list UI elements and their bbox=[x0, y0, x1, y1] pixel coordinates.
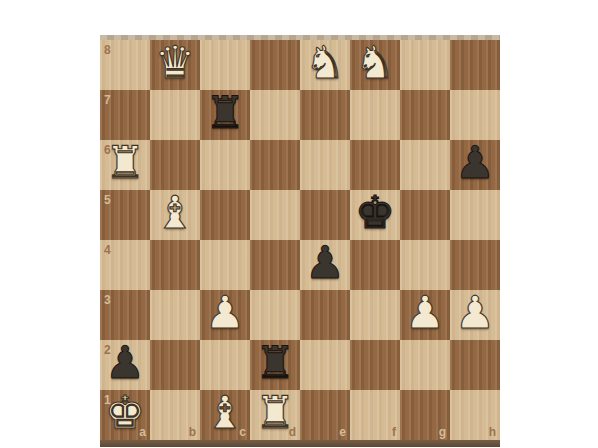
square-h2[interactable] bbox=[450, 340, 500, 390]
rank-label-8: 8 bbox=[104, 44, 111, 56]
square-a4[interactable]: 4 bbox=[100, 240, 150, 290]
piece-black-king-f5[interactable]: ♚ bbox=[355, 188, 395, 238]
square-c3[interactable]: ♟ bbox=[200, 290, 250, 340]
square-f3[interactable] bbox=[350, 290, 400, 340]
square-c1[interactable]: c♝ bbox=[200, 390, 250, 440]
square-g8[interactable] bbox=[400, 40, 450, 90]
square-d2[interactable]: ♜ bbox=[250, 340, 300, 390]
square-h5[interactable] bbox=[450, 190, 500, 240]
square-e2[interactable] bbox=[300, 340, 350, 390]
square-a2[interactable]: 2♟ bbox=[100, 340, 150, 390]
piece-white-bishop-b5[interactable]: ♝ bbox=[155, 188, 195, 238]
square-h6[interactable]: ♟ bbox=[450, 140, 500, 190]
file-label-h: h bbox=[489, 426, 496, 438]
piece-white-queen-b8[interactable]: ♛ bbox=[155, 38, 195, 88]
piece-white-rook-d1[interactable]: ♜ bbox=[255, 388, 295, 438]
square-g6[interactable] bbox=[400, 140, 450, 190]
square-a1[interactable]: 1a♚ bbox=[100, 390, 150, 440]
piece-white-rook-a6[interactable]: ♜ bbox=[105, 138, 145, 188]
file-label-e: e bbox=[339, 426, 346, 438]
square-h1[interactable]: h bbox=[450, 390, 500, 440]
square-h3[interactable]: ♟ bbox=[450, 290, 500, 340]
square-g3[interactable]: ♟ bbox=[400, 290, 450, 340]
board-grid: 8♛♞♞7♜6♜♟5♝♚4♟3♟♟♟2♟♜1a♚bc♝d♜efgh bbox=[100, 40, 500, 440]
square-f1[interactable]: f bbox=[350, 390, 400, 440]
square-b6[interactable] bbox=[150, 140, 200, 190]
rank-label-4: 4 bbox=[104, 244, 111, 256]
square-b8[interactable]: ♛ bbox=[150, 40, 200, 90]
rank-label-3: 3 bbox=[104, 294, 111, 306]
square-b5[interactable]: ♝ bbox=[150, 190, 200, 240]
square-a8[interactable]: 8 bbox=[100, 40, 150, 90]
square-f4[interactable] bbox=[350, 240, 400, 290]
square-h4[interactable] bbox=[450, 240, 500, 290]
square-f7[interactable] bbox=[350, 90, 400, 140]
square-a6[interactable]: 6♜ bbox=[100, 140, 150, 190]
square-e4[interactable]: ♟ bbox=[300, 240, 350, 290]
square-c5[interactable] bbox=[200, 190, 250, 240]
file-label-g: g bbox=[439, 426, 446, 438]
square-d8[interactable] bbox=[250, 40, 300, 90]
piece-black-rook-d2[interactable]: ♜ bbox=[255, 338, 295, 388]
square-g7[interactable] bbox=[400, 90, 450, 140]
square-f8[interactable]: ♞ bbox=[350, 40, 400, 90]
square-d1[interactable]: d♜ bbox=[250, 390, 300, 440]
square-c8[interactable] bbox=[200, 40, 250, 90]
square-e1[interactable]: e bbox=[300, 390, 350, 440]
square-f6[interactable] bbox=[350, 140, 400, 190]
square-d7[interactable] bbox=[250, 90, 300, 140]
square-b3[interactable] bbox=[150, 290, 200, 340]
square-a7[interactable]: 7 bbox=[100, 90, 150, 140]
piece-black-pawn-e4[interactable]: ♟ bbox=[305, 238, 345, 288]
square-c4[interactable] bbox=[200, 240, 250, 290]
piece-black-pawn-a2[interactable]: ♟ bbox=[105, 338, 145, 388]
square-b4[interactable] bbox=[150, 240, 200, 290]
square-e8[interactable]: ♞ bbox=[300, 40, 350, 90]
square-c2[interactable] bbox=[200, 340, 250, 390]
piece-white-pawn-h3[interactable]: ♟ bbox=[455, 288, 495, 338]
square-a5[interactable]: 5 bbox=[100, 190, 150, 240]
square-b1[interactable]: b bbox=[150, 390, 200, 440]
square-c7[interactable]: ♜ bbox=[200, 90, 250, 140]
chess-board: 8♛♞♞7♜6♜♟5♝♚4♟3♟♟♟2♟♜1a♚bc♝d♜efgh bbox=[100, 35, 500, 447]
square-b7[interactable] bbox=[150, 90, 200, 140]
file-label-b: b bbox=[189, 426, 196, 438]
piece-white-knight-f8[interactable]: ♞ bbox=[355, 38, 395, 88]
square-d6[interactable] bbox=[250, 140, 300, 190]
square-d4[interactable] bbox=[250, 240, 300, 290]
file-label-f: f bbox=[392, 426, 396, 438]
square-d5[interactable] bbox=[250, 190, 300, 240]
chess-diagram: 8♛♞♞7♜6♜♟5♝♚4♟3♟♟♟2♟♜1a♚bc♝d♜efgh bbox=[0, 0, 598, 448]
piece-white-king-a1[interactable]: ♚ bbox=[105, 388, 145, 438]
square-h7[interactable] bbox=[450, 90, 500, 140]
square-g5[interactable] bbox=[400, 190, 450, 240]
square-f2[interactable] bbox=[350, 340, 400, 390]
square-c6[interactable] bbox=[200, 140, 250, 190]
piece-black-rook-c7[interactable]: ♜ bbox=[205, 88, 245, 138]
square-b2[interactable] bbox=[150, 340, 200, 390]
piece-white-pawn-c3[interactable]: ♟ bbox=[205, 288, 245, 338]
square-a3[interactable]: 3 bbox=[100, 290, 150, 340]
square-g2[interactable] bbox=[400, 340, 450, 390]
piece-white-pawn-g3[interactable]: ♟ bbox=[405, 288, 445, 338]
rank-label-5: 5 bbox=[104, 194, 111, 206]
piece-white-bishop-c1[interactable]: ♝ bbox=[205, 388, 245, 438]
square-e3[interactable] bbox=[300, 290, 350, 340]
piece-black-pawn-h6[interactable]: ♟ bbox=[455, 138, 495, 188]
square-d3[interactable] bbox=[250, 290, 300, 340]
square-e6[interactable] bbox=[300, 140, 350, 190]
board-bottom-edge bbox=[100, 440, 500, 447]
square-e7[interactable] bbox=[300, 90, 350, 140]
square-g4[interactable] bbox=[400, 240, 450, 290]
piece-white-knight-e8[interactable]: ♞ bbox=[305, 38, 345, 88]
rank-label-7: 7 bbox=[104, 94, 111, 106]
square-e5[interactable] bbox=[300, 190, 350, 240]
square-g1[interactable]: g bbox=[400, 390, 450, 440]
square-h8[interactable] bbox=[450, 40, 500, 90]
square-f5[interactable]: ♚ bbox=[350, 190, 400, 240]
